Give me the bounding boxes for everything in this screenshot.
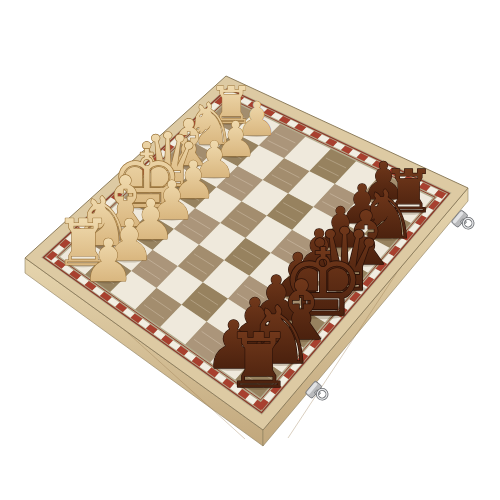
piece-black-rook-h8: ♜ xyxy=(225,317,293,405)
folding-chess-board: ♜♟♞♟♝♟♛♟♟♚♜♟♟♝♞♟♞♟♟♝♜♟♟♛♟♚♟♝♟♞♟♜ xyxy=(0,0,500,500)
chess-set-product-photo: ♜♟♞♟♝♟♛♟♟♚♜♟♟♝♞♟♞♟♟♝♜♟♟♛♟♚♟♝♟♞♟♜ xyxy=(0,0,500,500)
piece-white-pawn-h2: ♟ xyxy=(82,227,135,295)
